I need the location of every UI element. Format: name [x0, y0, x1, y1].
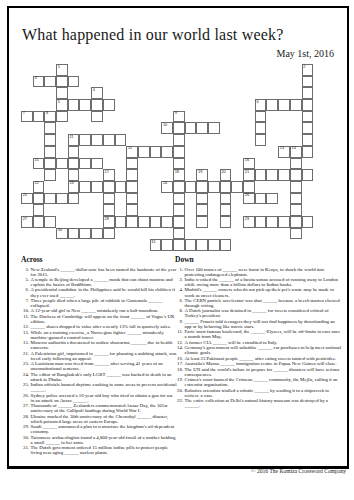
clue-text: ______ Francis told teenagers they will … — [185, 319, 342, 329]
grid-cell-r13c15[interactable] — [196, 216, 208, 228]
grid-empty — [302, 181, 314, 193]
grid-empty — [220, 134, 232, 146]
grid-cell-r6c5[interactable] — [79, 134, 91, 146]
grid-empty — [115, 76, 127, 88]
grid-empty — [220, 228, 232, 240]
grid-empty — [243, 122, 255, 134]
grid-cell-r2c3[interactable] — [56, 87, 68, 99]
grid-cell-r9c22[interactable] — [278, 169, 290, 181]
grid-cell-r9c13[interactable]: 18 — [173, 169, 185, 181]
grid-empty — [21, 122, 33, 134]
grid-cell-r12c7[interactable] — [103, 204, 115, 216]
grid-cell-r15c14[interactable] — [185, 239, 197, 251]
grid-cell-r4c24[interactable] — [302, 111, 314, 123]
clue-num: 7. — [21, 298, 31, 308]
grid-empty — [44, 64, 56, 76]
grid-empty — [231, 228, 243, 240]
grid-cell-r2c6[interactable]: 4 — [91, 87, 103, 99]
clue-number-2: 2 — [303, 65, 305, 69]
grid-cell-r7c23[interactable]: 14 — [290, 146, 302, 158]
clue-text: Thousands of ______ Zealanders commemora… — [31, 403, 178, 413]
grid-cell-r10c8[interactable] — [115, 181, 127, 193]
grid-cell-r7c13[interactable] — [173, 146, 185, 158]
grid-empty — [126, 134, 138, 146]
grid-cell-r15c15[interactable] — [196, 239, 208, 251]
grid-cell-r5c15[interactable] — [196, 122, 208, 134]
grid-empty — [126, 64, 138, 76]
grid-empty — [243, 64, 255, 76]
grid-empty — [115, 99, 127, 111]
clue-num: 22. — [175, 398, 185, 408]
clue-number-19: 19 — [198, 170, 202, 174]
grid-empty — [33, 99, 45, 111]
grid-cell-r11c7[interactable] — [103, 193, 115, 205]
grid-empty — [115, 158, 127, 170]
grid-cell-r15c16[interactable] — [208, 239, 220, 251]
grid-cell-r8c1[interactable]: 15 — [33, 158, 45, 170]
grid-cell-r5c2[interactable] — [44, 122, 56, 134]
crossword-grid[interactable]: 1234567891011121314151617181920212223242… — [21, 64, 313, 251]
clue-num: 2. — [175, 277, 185, 287]
grid-cell-r9c7[interactable]: 17 — [103, 169, 115, 181]
clue-text: A 12-year-old girl in New ______ mistake… — [31, 308, 178, 313]
grid-empty — [21, 146, 33, 158]
grid-cell-r3c24[interactable] — [302, 99, 314, 111]
grid-empty — [44, 204, 56, 216]
grid-empty — [255, 76, 267, 88]
grid-cell-r9c4[interactable] — [68, 169, 80, 181]
grid-cell-r1c24[interactable] — [302, 76, 314, 88]
grid-cell-r5c24[interactable] — [302, 122, 314, 134]
clue-num: 20. — [175, 388, 185, 398]
grid-empty — [79, 122, 91, 134]
grid-empty — [208, 134, 220, 146]
grid-empty — [91, 169, 103, 181]
grid-empty — [68, 111, 80, 123]
grid-cell-r3c23[interactable] — [290, 99, 302, 111]
clue-num: 15. — [21, 340, 31, 350]
clue-text: A Palestinian girl, imprisoned in ______… — [31, 351, 178, 361]
grid-empty — [266, 64, 278, 76]
grid-empty — [91, 76, 103, 88]
grid-cell-r6c2[interactable] — [44, 134, 56, 146]
grid-cell-r2c24[interactable] — [302, 87, 314, 99]
grid-cell-r9c19[interactable]: 21 — [243, 169, 255, 181]
grid-cell-r11c15[interactable] — [196, 193, 208, 205]
grid-cell-r8c9[interactable] — [126, 158, 138, 170]
grid-cell-r13c13[interactable] — [173, 216, 185, 228]
grid-empty — [220, 76, 232, 88]
grid-cell-r3c20[interactable]: 6 — [255, 99, 267, 111]
grid-cell-r5c13[interactable] — [173, 122, 185, 134]
grid-cell-r1c3[interactable] — [56, 76, 68, 88]
clue-text: Madrid's ______ owners who do not pick u… — [185, 287, 342, 297]
grid-empty — [79, 169, 91, 181]
grid-cell-r10c19[interactable] — [243, 181, 255, 193]
grid-empty — [196, 111, 208, 123]
grid-cell-r14c7[interactable] — [103, 228, 115, 240]
grid-empty — [103, 122, 115, 134]
grid-cell-r1c4[interactable] — [68, 76, 80, 88]
grid-cell-r12c23[interactable] — [290, 204, 302, 216]
grid-empty — [302, 228, 314, 240]
grid-empty — [33, 64, 45, 76]
across-clue-31: 31.The Dutch government ordered 15 milli… — [21, 445, 178, 455]
grid-cell-r3c7[interactable] — [103, 99, 115, 111]
grid-cell-r4c0[interactable]: 7 — [21, 111, 33, 123]
grid-empty — [290, 134, 302, 146]
grid-empty — [266, 134, 278, 146]
grid-empty — [255, 181, 267, 193]
grid-cell-r10c17[interactable] — [220, 181, 232, 193]
down-clue-4: 4.Madrid's ______ owners who do not pick… — [175, 287, 342, 297]
grid-empty — [79, 239, 91, 251]
grid-cell-r7c22[interactable]: 13 — [278, 146, 290, 158]
grid-cell-r6c20[interactable] — [255, 134, 267, 146]
grid-empty — [150, 99, 162, 111]
grid-cell-r13c17[interactable] — [220, 216, 232, 228]
grid-empty — [185, 76, 197, 88]
grid-cell-r13c1[interactable] — [33, 216, 45, 228]
grid-cell-r8c6[interactable] — [91, 158, 103, 170]
grid-cell-r9c24[interactable] — [302, 169, 314, 181]
grid-cell-r9c20[interactable] — [255, 169, 267, 181]
grid-cell-r14c5[interactable] — [79, 228, 91, 240]
grid-cell-r7c2[interactable] — [44, 146, 56, 158]
grid-cell-r9c17[interactable]: 20 — [220, 169, 232, 181]
grid-cell-r11c2[interactable] — [44, 193, 56, 205]
grid-cell-r11c1[interactable] — [33, 193, 45, 205]
grid-cell-r0c3[interactable]: 1 — [56, 64, 68, 76]
grid-empty — [173, 99, 185, 111]
grid-cell-r12c1[interactable] — [33, 204, 45, 216]
grid-cell-r13c21[interactable] — [266, 216, 278, 228]
grid-empty — [126, 228, 138, 240]
grid-empty — [255, 239, 267, 251]
grid-cell-r7c9[interactable]: 12 — [126, 146, 138, 158]
grid-empty — [103, 76, 115, 88]
across-clue-21: 21.A Palestinian girl, imprisoned in ___… — [21, 351, 178, 361]
grid-cell-r12c17[interactable] — [220, 204, 232, 216]
grid-empty — [208, 216, 220, 228]
clue-number-31: 31 — [151, 240, 155, 244]
grid-empty — [220, 146, 232, 158]
grid-cell-r13c11[interactable] — [150, 216, 162, 228]
grid-empty — [278, 64, 290, 76]
grid-cell-r0c24[interactable]: 2 — [302, 64, 314, 76]
grid-cell-r11c20[interactable] — [255, 193, 267, 205]
clue-text: Over 100 tonnes of ______ were burnt in … — [185, 267, 342, 277]
grid-empty — [208, 193, 220, 205]
grid-cell-r3c4[interactable] — [68, 99, 80, 111]
grid-cell-r13c23[interactable] — [290, 216, 302, 228]
grid-cell-r4c2[interactable]: 8 — [44, 111, 56, 123]
grid-cell-r12c9[interactable] — [126, 204, 138, 216]
grid-empty — [243, 228, 255, 240]
grid-empty — [173, 87, 185, 99]
clue-num: 18. — [175, 367, 185, 377]
grid-cell-r11c17[interactable] — [220, 193, 232, 205]
grid-cell-r11c4[interactable] — [68, 193, 80, 205]
grid-empty — [150, 181, 162, 193]
grid-cell-r15c11[interactable]: 31 — [150, 239, 162, 251]
grid-cell-r10c14[interactable] — [185, 181, 197, 193]
grid-empty — [68, 122, 80, 134]
grid-cell-r10c18[interactable] — [231, 181, 243, 193]
grid-cell-r10c13[interactable] — [173, 181, 185, 193]
grid-cell-r8c23[interactable] — [290, 158, 302, 170]
grid-empty — [79, 76, 91, 88]
clue-text: A Louisiana man was freed from ______ af… — [31, 361, 178, 371]
grid-cell-r3c5[interactable] — [79, 99, 91, 111]
grid-cell-r6c7[interactable] — [103, 134, 115, 146]
grid-cell-r13c22[interactable] — [278, 216, 290, 228]
grid-cell-r3c21[interactable] — [266, 99, 278, 111]
grid-empty — [138, 122, 150, 134]
grid-cell-r6c4[interactable]: 11 — [68, 134, 80, 146]
clue-number-22: 22 — [34, 181, 38, 185]
grid-cell-r3c3[interactable]: 5 — [56, 99, 68, 111]
grid-empty — [150, 76, 162, 88]
grid-empty — [185, 193, 197, 205]
grid-empty — [161, 99, 173, 111]
grid-cell-r8c2[interactable] — [44, 158, 56, 170]
grid-empty — [21, 181, 33, 193]
grid-cell-r14c4[interactable] — [68, 228, 80, 240]
clue-num: 25. — [21, 382, 31, 392]
grid-empty — [278, 111, 290, 123]
down-clue-16: 16.At least 23 Pakistani people ______ a… — [175, 356, 342, 361]
grid-empty — [68, 204, 80, 216]
grid-cell-r6c6[interactable] — [91, 134, 103, 146]
grid-empty — [79, 64, 91, 76]
grid-cell-r14c23[interactable] — [290, 228, 302, 240]
grid-empty — [115, 169, 127, 181]
grid-cell-r9c2[interactable] — [44, 169, 56, 181]
grid-empty — [33, 228, 45, 240]
grid-cell-r13c19[interactable]: 29 — [243, 216, 255, 228]
grid-empty — [21, 99, 33, 111]
grid-empty — [255, 158, 267, 170]
grid-cell-r11c0[interactable]: 25 — [21, 193, 33, 205]
grid-empty — [231, 204, 243, 216]
grid-cell-r13c7[interactable]: 28 — [103, 216, 115, 228]
grid-cell-r13c8[interactable] — [115, 216, 127, 228]
clue-text: At least 23 Pakistani people ______ afte… — [185, 356, 342, 361]
grid-empty — [208, 204, 220, 216]
grid-cell-r15c13[interactable] — [173, 239, 185, 251]
grid-cell-r15c17[interactable] — [220, 239, 232, 251]
grid-cell-r1c2[interactable] — [44, 76, 56, 88]
grid-empty — [290, 64, 302, 76]
grid-cell-r7c11[interactable] — [150, 146, 162, 158]
across-clue-5: 5.A temple in Beijing developed a ______… — [21, 277, 178, 287]
grid-cell-r3c22[interactable] — [278, 99, 290, 111]
grid-cell-r11c3[interactable] — [56, 193, 68, 205]
down-clue-8: 8.A Dutch journalist was detained in ___… — [175, 308, 342, 318]
grid-empty — [290, 239, 302, 251]
grid-cell-r10c4[interactable]: 23 — [68, 181, 80, 193]
grid-cell-r9c9[interactable] — [126, 169, 138, 181]
across-heading: Across — [21, 255, 178, 264]
grid-empty — [138, 111, 150, 123]
down-clue-18: 18.The UN said the world's failure to pr… — [175, 367, 342, 377]
grid-empty — [220, 111, 232, 123]
grid-cell-r14c6[interactable] — [91, 228, 103, 240]
grid-empty — [68, 64, 80, 76]
grid-cell-r6c8[interactable] — [115, 134, 127, 146]
grid-cell-r4c6[interactable] — [91, 111, 103, 123]
grid-cell-r7c24[interactable] — [302, 146, 314, 158]
clue-text: The Duchess of Cambridge will appear on … — [31, 314, 178, 324]
grid-cell-r10c7[interactable] — [103, 181, 115, 193]
grid-cell-r4c1[interactable] — [33, 111, 45, 123]
grid-cell-r11c23[interactable] — [290, 193, 302, 205]
grid-empty — [208, 146, 220, 158]
clue-number-8: 8 — [46, 111, 48, 115]
grid-cell-r5c20[interactable] — [255, 122, 267, 134]
grid-cell-r15c12[interactable] — [161, 239, 173, 251]
grid-cell-r5c12[interactable]: 10 — [161, 122, 173, 134]
grid-cell-r12c15[interactable] — [196, 204, 208, 216]
grid-cell-r9c23[interactable] — [290, 169, 302, 181]
grid-empty — [266, 239, 278, 251]
grid-cell-r1c1[interactable]: 3 — [33, 76, 45, 88]
grid-cell-r6c13[interactable] — [173, 134, 185, 146]
clue-num: 11. — [21, 314, 31, 324]
grid-empty — [290, 111, 302, 123]
grid-cell-r13c12[interactable] — [161, 216, 173, 228]
clue-num: 10. — [21, 308, 31, 313]
grid-cell-r13c24[interactable] — [302, 216, 314, 228]
page-title: What happened in our world last week? — [22, 26, 284, 44]
clue-text: Three people died when a large pile of r… — [31, 298, 178, 308]
clue-num: 24. — [21, 372, 31, 382]
crossword-page: { "game": "crossword", "page": { "title"… — [0, 0, 354, 500]
clue-text: The CERN particle accelerator was shut _… — [185, 298, 342, 308]
grid-cell-r10c23[interactable] — [290, 181, 302, 193]
grid-cell-r4c13[interactable]: 9 — [173, 111, 185, 123]
grid-cell-r3c6[interactable] — [91, 99, 103, 111]
clue-text: A temple in Beijing developed a ______ m… — [31, 277, 178, 287]
grid-cell-r11c19[interactable]: 26 — [243, 193, 255, 205]
grid-empty — [115, 204, 127, 216]
grid-cell-r6c24[interactable] — [302, 134, 314, 146]
grid-cell-r12c13[interactable] — [173, 204, 185, 216]
grid-empty — [173, 64, 185, 76]
grid-empty — [33, 146, 45, 158]
grid-empty — [231, 239, 243, 251]
clue-number-12: 12 — [128, 146, 132, 150]
grid-empty — [196, 228, 208, 240]
grid-empty — [33, 122, 45, 134]
clue-num: 3. — [21, 267, 31, 277]
grid-empty — [68, 216, 80, 228]
grid-empty — [44, 228, 56, 240]
paper-sheet: What happened in our world last week? Ma… — [0, 0, 354, 500]
grid-cell-r11c21[interactable] — [266, 193, 278, 205]
grid-empty — [278, 204, 290, 216]
grid-cell-r9c21[interactable] — [266, 169, 278, 181]
grid-empty — [161, 111, 173, 123]
grid-cell-r13c10[interactable] — [138, 216, 150, 228]
grid-cell-r7c10[interactable] — [138, 146, 150, 158]
grid-cell-r8c13[interactable] — [173, 158, 185, 170]
grid-empty — [243, 87, 255, 99]
grid-empty — [220, 158, 232, 170]
clue-number-16: 16 — [245, 158, 249, 162]
grid-empty — [33, 169, 45, 181]
grid-cell-r10c15[interactable] — [196, 181, 208, 193]
grid-empty — [138, 193, 150, 205]
grid-empty — [290, 87, 302, 99]
grid-cell-r13c9[interactable] — [126, 216, 138, 228]
clue-num: 21. — [21, 351, 31, 361]
grid-cell-r14c3[interactable]: 30 — [56, 228, 68, 240]
grid-cell-r5c16[interactable] — [208, 122, 220, 134]
grid-cell-r10c6[interactable] — [91, 181, 103, 193]
grid-cell-r4c20[interactable] — [255, 111, 267, 123]
grid-cell-r10c1[interactable]: 22 — [33, 181, 45, 193]
clue-number-10: 10 — [163, 123, 167, 127]
grid-cell-r13c0[interactable]: 27 — [21, 216, 33, 228]
clue-number-5: 5 — [58, 100, 60, 104]
grid-cell-r8c4[interactable] — [68, 158, 80, 170]
grid-cell-r10c16[interactable] — [208, 181, 220, 193]
grid-empty — [150, 204, 162, 216]
grid-cell-r10c9[interactable] — [126, 181, 138, 193]
grid-cell-r8c3[interactable] — [56, 158, 68, 170]
clue-text: Australia's Manus ______ immigration cen… — [185, 361, 342, 366]
grid-cell-r10c5[interactable] — [79, 181, 91, 193]
grid-cell-r5c14[interactable] — [185, 122, 197, 134]
grid-empty — [302, 239, 314, 251]
grid-cell-r7c4[interactable] — [68, 146, 80, 158]
grid-cell-r11c9[interactable] — [126, 193, 138, 205]
clue-num: 26. — [21, 393, 31, 403]
grid-empty — [21, 169, 33, 181]
grid-cell-r11c13[interactable] — [173, 193, 185, 205]
grid-cell-r10c12[interactable]: 24 — [161, 181, 173, 193]
clue-num: 8. — [175, 308, 185, 318]
grid-cell-r4c3[interactable] — [56, 111, 68, 123]
grid-cell-r7c12[interactable] — [161, 146, 173, 158]
grid-empty — [79, 146, 91, 158]
grid-cell-r8c19[interactable]: 16 — [243, 158, 255, 170]
clue-text: A presidential candidate in the Philippi… — [31, 287, 178, 297]
grid-empty — [161, 204, 173, 216]
grid-empty — [208, 158, 220, 170]
grid-cell-r9c15[interactable]: 19 — [196, 169, 208, 181]
grid-empty — [278, 193, 290, 205]
clue-num: 9. — [175, 319, 185, 329]
grid-empty — [266, 228, 278, 240]
grid-empty — [21, 76, 33, 88]
grid-cell-r8c5[interactable] — [79, 158, 91, 170]
grid-empty — [21, 134, 33, 146]
grid-cell-r13c20[interactable] — [255, 216, 267, 228]
grid-empty — [21, 64, 33, 76]
grid-cell-r14c13[interactable] — [173, 228, 185, 240]
grid-empty — [243, 239, 255, 251]
clue-num: 23. — [21, 361, 31, 371]
down-clue-2: 2.India revoked the ______ of a business… — [175, 277, 342, 287]
clue-text: Moscow authorities threatened to outlaw … — [31, 340, 178, 350]
grid-empty — [185, 87, 197, 99]
grid-cell-r13c2[interactable] — [44, 216, 56, 228]
grid-empty — [33, 87, 45, 99]
grid-empty — [161, 87, 173, 99]
